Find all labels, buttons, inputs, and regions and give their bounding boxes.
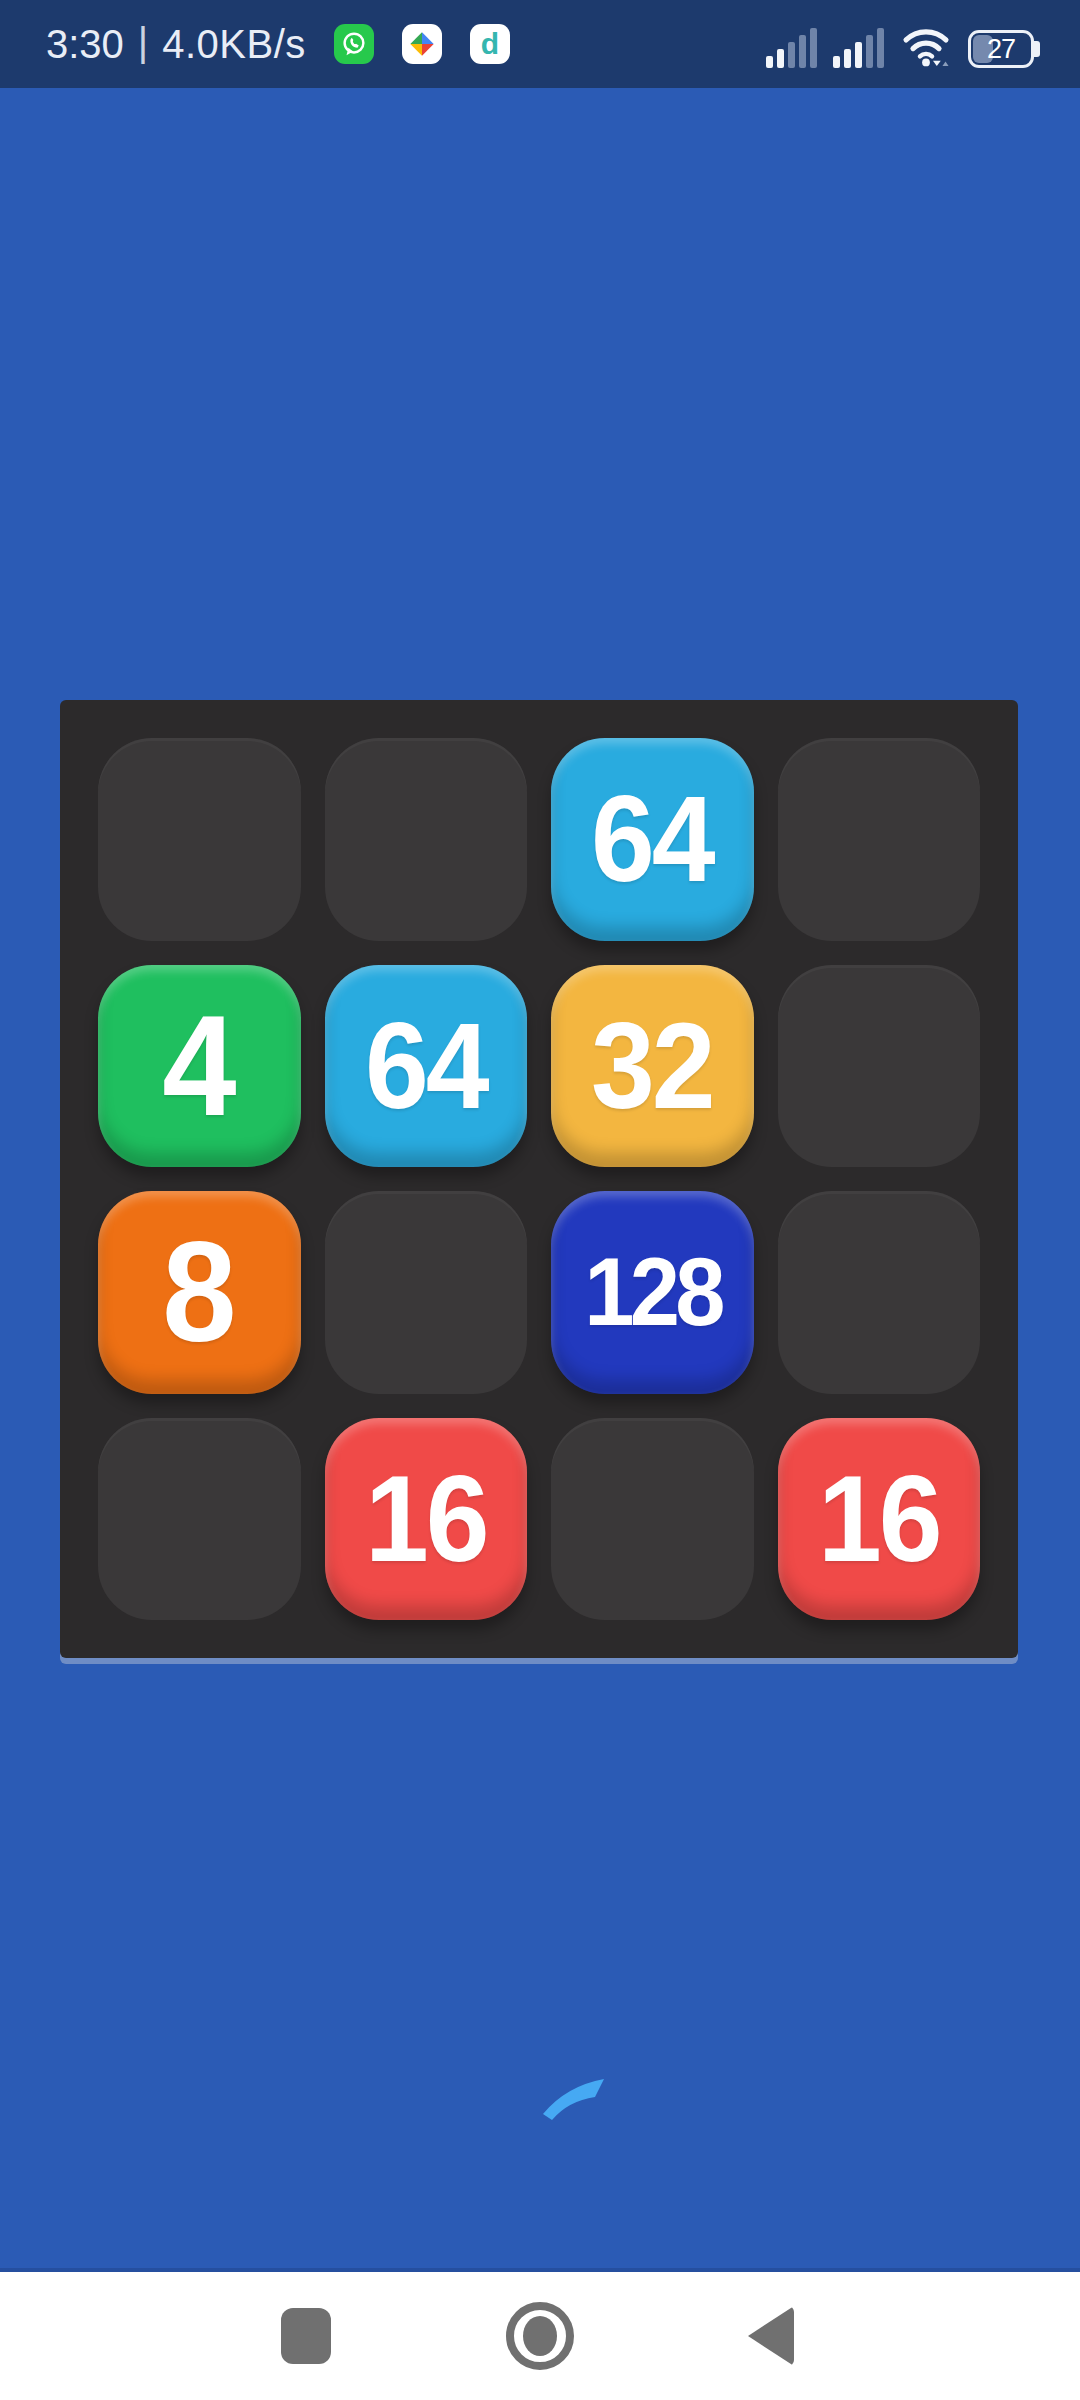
sim2-signal-icon xyxy=(833,28,884,68)
navigation-bar xyxy=(0,2272,1080,2400)
empty-cell xyxy=(325,738,528,941)
tile-128: 128 xyxy=(551,1191,754,1394)
tile-value: 16 xyxy=(818,1449,940,1589)
empty-cell xyxy=(778,738,981,941)
empty-cell xyxy=(98,1418,301,1621)
tile-value: 64 xyxy=(591,769,713,909)
wifi-icon xyxy=(900,24,952,68)
tile-64: 64 xyxy=(551,738,754,941)
empty-cell xyxy=(551,1418,754,1621)
empty-cell xyxy=(98,738,301,941)
clock: 3:30 xyxy=(46,22,124,67)
daraz-icon: d xyxy=(470,24,510,64)
tile-16: 16 xyxy=(778,1418,981,1621)
recents-button[interactable] xyxy=(281,2308,331,2364)
battery-nub xyxy=(1034,41,1040,57)
tile-64: 64 xyxy=(325,965,528,1168)
tile-value: 8 xyxy=(162,1210,236,1374)
tile-32: 32 xyxy=(551,965,754,1168)
battery-percent: 27 xyxy=(987,34,1015,65)
tile-value: 64 xyxy=(365,996,487,1136)
home-button[interactable] xyxy=(506,2302,574,2370)
status-left: 3:30 | 4.0KB/s d xyxy=(46,22,510,67)
separator: | xyxy=(138,20,148,65)
empty-cell xyxy=(778,965,981,1168)
battery-icon: 27 xyxy=(968,30,1034,68)
sim1-signal-icon xyxy=(766,28,817,68)
tile-8: 8 xyxy=(98,1191,301,1394)
empty-cell xyxy=(778,1191,981,1394)
whatsapp-icon xyxy=(334,24,374,64)
home-icon-dot xyxy=(523,2316,557,2356)
tile-4: 4 xyxy=(98,965,301,1168)
game-board-2048[interactable]: 644643281281616 xyxy=(60,700,1018,1658)
tile-value: 16 xyxy=(365,1449,487,1589)
swoosh-mark xyxy=(540,2074,608,2122)
phone-screen: 3:30 | 4.0KB/s d xyxy=(0,0,1080,2400)
tile-value: 32 xyxy=(591,996,713,1136)
status-right: 27 xyxy=(766,20,1034,68)
tile-value: 128 xyxy=(584,1237,720,1347)
back-button[interactable] xyxy=(748,2306,794,2366)
empty-cell xyxy=(325,1191,528,1394)
tile-16: 16 xyxy=(325,1418,528,1621)
status-bar: 3:30 | 4.0KB/s d xyxy=(0,0,1080,88)
network-speed: 4.0KB/s xyxy=(162,22,306,67)
tile-value: 4 xyxy=(162,984,236,1148)
google-play-services-icon xyxy=(402,24,442,64)
